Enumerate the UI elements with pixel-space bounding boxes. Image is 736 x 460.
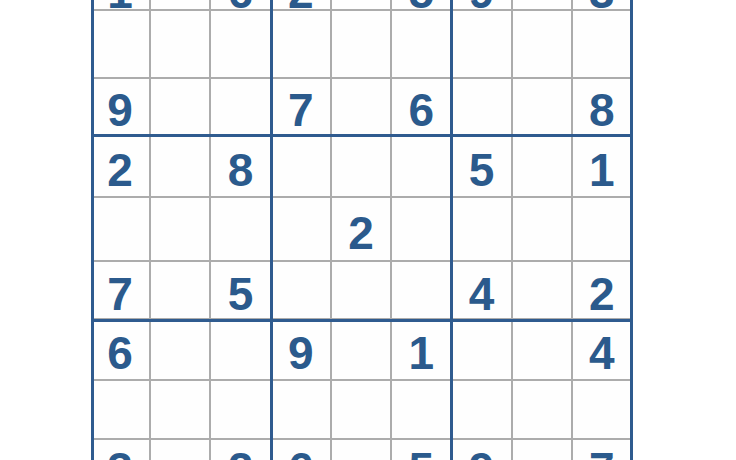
cell-r4c5[interactable] xyxy=(332,136,392,198)
cell-r9c1[interactable]: 3 xyxy=(91,440,151,460)
cell-r1c1[interactable]: 1 xyxy=(91,0,151,11)
cell-r7c2[interactable] xyxy=(151,320,211,381)
sudoku-screenshot: 16259397682851275426914326597 xyxy=(0,0,736,460)
cell-r6c7[interactable]: 4 xyxy=(452,262,512,321)
given-digit: 2 xyxy=(288,0,314,15)
cell-r4c8[interactable] xyxy=(513,136,573,198)
cell-r8c9[interactable] xyxy=(573,381,633,441)
cell-r4c3[interactable]: 8 xyxy=(211,136,271,198)
given-digit: 2 xyxy=(589,271,615,317)
given-digit: 7 xyxy=(288,87,314,133)
cell-r6c3[interactable]: 5 xyxy=(211,262,271,321)
cell-r4c2[interactable] xyxy=(151,136,211,198)
cell-r7c4[interactable]: 9 xyxy=(272,320,332,381)
cell-r6c6[interactable] xyxy=(392,262,452,321)
cell-r8c7[interactable] xyxy=(452,381,512,441)
given-digit: 7 xyxy=(589,446,615,460)
cell-r1c8[interactable] xyxy=(513,0,573,11)
cell-r7c6[interactable]: 1 xyxy=(392,320,452,381)
cell-r2c2[interactable] xyxy=(151,11,211,80)
cell-r8c8[interactable] xyxy=(513,381,573,441)
cell-r5c5[interactable]: 2 xyxy=(332,198,392,262)
cell-r1c2[interactable] xyxy=(151,0,211,11)
cell-r7c7[interactable] xyxy=(452,320,512,381)
given-digit: 4 xyxy=(469,271,495,317)
cell-r4c6[interactable] xyxy=(392,136,452,198)
given-digit: 4 xyxy=(589,330,615,376)
cell-r2c3[interactable] xyxy=(211,11,271,80)
given-digit: 2 xyxy=(228,446,254,460)
cell-r3c1[interactable]: 9 xyxy=(91,79,151,136)
cell-r8c2[interactable] xyxy=(151,381,211,441)
cell-r1c7[interactable]: 9 xyxy=(452,0,512,11)
cell-r7c5[interactable] xyxy=(332,320,392,381)
cell-r9c6[interactable]: 5 xyxy=(392,440,452,460)
cell-r1c4[interactable]: 2 xyxy=(272,0,332,11)
cell-r6c2[interactable] xyxy=(151,262,211,321)
cell-r3c3[interactable] xyxy=(211,79,271,136)
given-digit: 6 xyxy=(228,0,254,15)
cell-r9c3[interactable]: 2 xyxy=(211,440,271,460)
given-digit: 1 xyxy=(589,147,615,193)
cell-r8c4[interactable] xyxy=(272,381,332,441)
cell-r6c9[interactable]: 2 xyxy=(573,262,633,321)
cell-r5c1[interactable] xyxy=(91,198,151,262)
given-digit: 8 xyxy=(589,87,615,133)
cell-r3c9[interactable]: 8 xyxy=(573,79,633,136)
cell-r8c3[interactable] xyxy=(211,381,271,441)
given-digit: 9 xyxy=(469,446,495,460)
cell-r4c7[interactable]: 5 xyxy=(452,136,512,198)
given-digit: 8 xyxy=(228,147,254,193)
cell-r5c7[interactable] xyxy=(452,198,512,262)
cell-r9c4[interactable]: 6 xyxy=(272,440,332,460)
cell-r8c6[interactable] xyxy=(392,381,452,441)
cell-r7c9[interactable]: 4 xyxy=(573,320,633,381)
cell-r5c6[interactable] xyxy=(392,198,452,262)
cell-r8c1[interactable] xyxy=(91,381,151,441)
cell-r6c4[interactable] xyxy=(272,262,332,321)
given-digit: 6 xyxy=(107,330,133,376)
cell-r9c8[interactable] xyxy=(513,440,573,460)
cell-r3c5[interactable] xyxy=(332,79,392,136)
cell-r3c7[interactable] xyxy=(452,79,512,136)
given-digit: 6 xyxy=(288,446,314,460)
given-digit: 7 xyxy=(107,271,133,317)
cell-r2c9[interactable] xyxy=(573,11,633,80)
given-digit: 6 xyxy=(408,87,434,133)
cell-r7c8[interactable] xyxy=(513,320,573,381)
given-digit: 1 xyxy=(107,0,133,15)
cell-r8c5[interactable] xyxy=(332,381,392,441)
cell-r3c6[interactable]: 6 xyxy=(392,79,452,136)
cell-r3c8[interactable] xyxy=(513,79,573,136)
given-digit: 2 xyxy=(107,147,133,193)
cell-r1c9[interactable]: 3 xyxy=(573,0,633,11)
cell-r6c8[interactable] xyxy=(513,262,573,321)
given-digit: 5 xyxy=(469,147,495,193)
cell-r1c3[interactable]: 6 xyxy=(211,0,271,11)
given-digit: 9 xyxy=(469,0,495,15)
cell-r9c2[interactable] xyxy=(151,440,211,460)
given-digit: 2 xyxy=(348,210,374,256)
cell-r2c6[interactable] xyxy=(392,11,452,80)
given-digit: 9 xyxy=(107,87,133,133)
given-digit: 5 xyxy=(408,0,434,15)
given-digit: 3 xyxy=(589,0,615,15)
given-digit: 5 xyxy=(408,446,434,460)
sudoku-board: 16259397682851275426914326597 xyxy=(91,0,633,460)
cell-r5c9[interactable] xyxy=(573,198,633,262)
cell-r6c1[interactable]: 7 xyxy=(91,262,151,321)
cell-r5c3[interactable] xyxy=(211,198,271,262)
cell-r6c5[interactable] xyxy=(332,262,392,321)
cell-r3c2[interactable] xyxy=(151,79,211,136)
given-digit: 9 xyxy=(288,330,314,376)
given-digit: 5 xyxy=(228,271,254,317)
cell-r4c4[interactable] xyxy=(272,136,332,198)
cell-r1c5[interactable] xyxy=(332,0,392,11)
cell-r4c1[interactable]: 2 xyxy=(91,136,151,198)
given-digit: 3 xyxy=(107,446,133,460)
cell-r2c5[interactable] xyxy=(332,11,392,80)
given-digit: 1 xyxy=(408,330,434,376)
cell-r9c5[interactable] xyxy=(332,440,392,460)
cell-r7c1[interactable]: 6 xyxy=(91,320,151,381)
cell-r2c7[interactable] xyxy=(452,11,512,80)
cell-r5c2[interactable] xyxy=(151,198,211,262)
cell-r1c6[interactable]: 5 xyxy=(392,0,452,11)
cell-r2c1[interactable] xyxy=(91,11,151,80)
cell-r7c3[interactable] xyxy=(211,320,271,381)
cell-r2c4[interactable] xyxy=(272,11,332,80)
cell-r5c8[interactable] xyxy=(513,198,573,262)
cell-r4c9[interactable]: 1 xyxy=(573,136,633,198)
cell-r9c9[interactable]: 7 xyxy=(573,440,633,460)
cell-r5c4[interactable] xyxy=(272,198,332,262)
cell-r9c7[interactable]: 9 xyxy=(452,440,512,460)
cell-r2c8[interactable] xyxy=(513,11,573,80)
cell-r3c4[interactable]: 7 xyxy=(272,79,332,136)
